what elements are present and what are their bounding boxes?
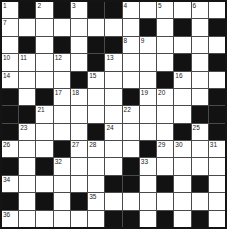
cell-r6c10[interactable]: 20 (157, 89, 173, 105)
clue-number-21: 21 (37, 106, 44, 114)
cell-r2c5[interactable] (71, 19, 87, 35)
cell-r6c5[interactable]: 18 (71, 89, 87, 105)
cell-r8c4[interactable] (54, 124, 70, 140)
black-cell-r11c8 (123, 176, 139, 192)
clue-number-31: 31 (210, 141, 217, 149)
cell-r10c12[interactable] (192, 158, 208, 174)
cell-r9c1[interactable]: 26 (2, 141, 18, 157)
black-cell-r13c8 (123, 211, 139, 227)
clue-number-13: 13 (106, 54, 113, 62)
cell-r3c5[interactable] (71, 37, 87, 53)
clue-number-27: 27 (72, 141, 79, 149)
clue-number-25: 25 (193, 124, 200, 132)
cell-r2c6[interactable] (88, 19, 104, 35)
cell-r8c12[interactable]: 25 (192, 124, 208, 140)
black-cell-r3c7 (105, 37, 121, 53)
cell-r12c4[interactable] (54, 193, 70, 209)
cell-r5c8[interactable] (123, 72, 139, 88)
black-cell-r12c5 (71, 193, 87, 209)
cell-r1c5[interactable]: 3 (71, 2, 87, 18)
cell-r4c1[interactable]: 10 (2, 54, 18, 70)
cell-r2c3[interactable] (36, 19, 52, 35)
clue-number-17: 17 (55, 89, 62, 97)
cell-r11c11[interactable] (174, 176, 190, 192)
cell-r1c10[interactable]: 5 (157, 2, 173, 18)
cell-r5c2[interactable] (19, 72, 35, 88)
cell-r13c6[interactable] (88, 211, 104, 227)
cell-r3c1[interactable] (2, 37, 18, 53)
black-cell-r11c7 (105, 176, 121, 192)
clue-number-1: 1 (3, 2, 7, 10)
cell-r5c12[interactable] (192, 72, 208, 88)
cell-r6c6[interactable] (88, 89, 104, 105)
black-cell-r12c3 (36, 193, 52, 209)
cell-r9c8[interactable] (123, 141, 139, 157)
cell-r6c4[interactable]: 17 (54, 89, 70, 105)
black-cell-r8c11 (174, 124, 190, 140)
black-cell-r11c10 (157, 176, 173, 192)
cell-r9c12[interactable] (192, 141, 208, 157)
crossword-board: 1234567891011121314151617181920212223242… (0, 0, 227, 229)
cell-r6c9[interactable]: 19 (140, 89, 156, 105)
cell-r10c9[interactable]: 33 (140, 158, 156, 174)
black-cell-r2c13 (209, 19, 225, 35)
cell-r2c7[interactable] (105, 19, 121, 35)
black-cell-r1c7 (105, 2, 121, 18)
black-cell-r6c13 (209, 89, 225, 105)
black-cell-r4c11 (174, 54, 190, 70)
clue-number-16: 16 (175, 72, 182, 80)
cell-r11c6[interactable] (88, 176, 104, 192)
cell-r9c6[interactable]: 28 (88, 141, 104, 157)
cell-r13c3[interactable] (36, 211, 52, 227)
cell-r3c9[interactable]: 9 (140, 37, 156, 53)
cell-r9c5[interactable]: 27 (71, 141, 87, 157)
cell-r11c1[interactable]: 34 (2, 176, 18, 192)
clue-number-15: 15 (89, 72, 96, 80)
black-cell-r6c1 (2, 89, 18, 105)
clue-number-5: 5 (158, 2, 162, 10)
cell-r12c13[interactable] (209, 193, 225, 209)
black-cell-r1c4 (54, 2, 70, 18)
cell-r13c1[interactable]: 36 (2, 211, 18, 227)
cell-r10c6[interactable] (88, 158, 104, 174)
cell-r13c2[interactable] (19, 211, 35, 227)
cell-r1c11[interactable] (174, 2, 190, 18)
cell-r1c1[interactable]: 1 (2, 2, 18, 18)
cell-r7c3[interactable]: 21 (36, 106, 52, 122)
black-cell-r5c10 (157, 72, 173, 88)
cell-r6c7[interactable] (105, 89, 121, 105)
cell-r10c10[interactable] (157, 158, 173, 174)
black-cell-r3c4 (54, 37, 70, 53)
clue-number-8: 8 (124, 37, 128, 45)
clue-number-29: 29 (158, 141, 165, 149)
black-cell-r7c2 (19, 106, 35, 122)
cell-r1c12[interactable]: 6 (192, 2, 208, 18)
cell-r8c2[interactable]: 23 (19, 124, 35, 140)
cell-r2c8[interactable] (123, 19, 139, 35)
black-cell-r13c12 (192, 211, 208, 227)
cell-r4c4[interactable]: 12 (54, 54, 70, 70)
clue-number-32: 32 (55, 158, 62, 166)
cell-r9c10[interactable]: 29 (157, 141, 173, 157)
clue-number-11: 11 (20, 54, 27, 62)
black-cell-r8c1 (2, 124, 18, 140)
black-cell-r4c13 (209, 54, 225, 70)
cell-r13c13[interactable] (209, 211, 225, 227)
cell-r2c4[interactable] (54, 19, 70, 35)
black-cell-r11c12 (192, 176, 208, 192)
clue-number-14: 14 (3, 72, 10, 80)
cell-r12c10[interactable] (157, 193, 173, 209)
black-cell-r3c2 (19, 37, 35, 53)
cell-r9c11[interactable]: 30 (174, 141, 190, 157)
cell-r5c6[interactable]: 15 (88, 72, 104, 88)
cell-r11c13[interactable] (209, 176, 225, 192)
cell-r10c2[interactable] (19, 158, 35, 174)
cell-r10c11[interactable] (174, 158, 190, 174)
cell-r8c7[interactable]: 24 (105, 124, 121, 140)
cell-r4c9[interactable] (140, 54, 156, 70)
black-cell-r9c4 (54, 141, 70, 157)
cell-r3c3[interactable] (36, 37, 52, 53)
cell-r12c8[interactable] (123, 193, 139, 209)
clue-number-36: 36 (3, 211, 10, 219)
cell-r11c9[interactable] (140, 176, 156, 192)
cell-r12c7[interactable] (105, 193, 121, 209)
cell-r5c13[interactable] (209, 72, 225, 88)
black-cell-r5c5 (71, 72, 87, 88)
clue-number-2: 2 (37, 2, 41, 10)
clue-number-18: 18 (72, 89, 79, 97)
cell-r7c8[interactable]: 22 (123, 106, 139, 122)
cell-r13c4[interactable] (54, 211, 70, 227)
clue-number-35: 35 (89, 193, 96, 201)
black-cell-r1c6 (88, 2, 104, 18)
black-cell-r10c8 (123, 158, 139, 174)
cell-r1c9[interactable] (140, 2, 156, 18)
black-cell-r13c10 (157, 211, 173, 227)
cell-r10c13[interactable] (209, 158, 225, 174)
cell-r4c12[interactable] (192, 54, 208, 70)
clue-number-7: 7 (3, 19, 7, 27)
clue-number-4: 4 (124, 2, 128, 10)
black-cell-r3c6 (88, 37, 104, 53)
cell-r10c5[interactable] (71, 158, 87, 174)
cell-r1c8[interactable]: 4 (123, 2, 139, 18)
clue-number-34: 34 (3, 176, 10, 184)
cell-r5c4[interactable] (54, 72, 70, 88)
cell-r11c5[interactable] (71, 176, 87, 192)
cell-r7c4[interactable] (54, 106, 70, 122)
cell-r6c2[interactable] (19, 89, 35, 105)
cell-r3c13[interactable] (209, 37, 225, 53)
cell-r7c6[interactable] (88, 106, 104, 122)
black-cell-r9c9 (140, 141, 156, 157)
black-cell-r2c9 (140, 19, 156, 35)
cell-r10c7[interactable] (105, 158, 121, 174)
cell-r13c11[interactable] (174, 211, 190, 227)
cell-r4c2[interactable]: 11 (19, 54, 35, 70)
clue-number-33: 33 (141, 158, 148, 166)
cell-r11c3[interactable] (36, 176, 52, 192)
clue-number-3: 3 (72, 2, 76, 10)
black-cell-r10c3 (36, 158, 52, 174)
black-cell-r1c2 (19, 2, 35, 18)
cell-r12c6[interactable]: 35 (88, 193, 104, 209)
cell-r3c11[interactable] (174, 37, 190, 53)
cell-r8c5[interactable] (71, 124, 87, 140)
black-cell-r6c8 (123, 89, 139, 105)
cell-r12c12[interactable] (192, 193, 208, 209)
black-cell-r4c6 (88, 54, 104, 70)
cell-r9c7[interactable] (105, 141, 121, 157)
cell-r7c7[interactable] (105, 106, 121, 122)
cell-r10c4[interactable]: 32 (54, 158, 70, 174)
clue-number-6: 6 (193, 2, 197, 10)
cell-r5c9[interactable] (140, 72, 156, 88)
black-cell-r8c6 (88, 124, 104, 140)
cell-r1c3[interactable]: 2 (36, 2, 52, 18)
black-cell-r12c1 (2, 193, 18, 209)
cell-r3c10[interactable] (157, 37, 173, 53)
cell-r6c11[interactable] (174, 89, 190, 105)
clue-number-24: 24 (106, 124, 113, 132)
cell-r4c7[interactable]: 13 (105, 54, 121, 70)
cell-r4c5[interactable] (71, 54, 87, 70)
cell-r4c10[interactable] (157, 54, 173, 70)
clue-number-28: 28 (89, 141, 96, 149)
cell-r7c9[interactable] (140, 106, 156, 122)
black-cell-r10c1 (2, 158, 18, 174)
black-cell-r8c13 (209, 124, 225, 140)
cell-r7c5[interactable] (71, 106, 87, 122)
cell-r1c13[interactable] (209, 2, 225, 18)
cell-r3c12[interactable] (192, 37, 208, 53)
clue-number-20: 20 (158, 89, 165, 97)
cell-r7c11[interactable] (174, 106, 190, 122)
cell-r2c12[interactable] (192, 19, 208, 35)
cell-r9c3[interactable] (36, 141, 52, 157)
cell-r13c9[interactable] (140, 211, 156, 227)
cell-r2c1[interactable]: 7 (2, 19, 18, 35)
cell-r6c12[interactable] (192, 89, 208, 105)
clue-number-10: 10 (3, 54, 10, 62)
cell-r5c3[interactable] (36, 72, 52, 88)
clue-number-19: 19 (141, 89, 148, 97)
cell-r4c8[interactable] (123, 54, 139, 70)
cell-r12c11[interactable] (174, 193, 190, 209)
cell-r13c5[interactable] (71, 211, 87, 227)
black-cell-r2c11 (174, 19, 190, 35)
clue-number-30: 30 (175, 141, 182, 149)
cell-r8c10[interactable] (157, 124, 173, 140)
cell-r2c10[interactable] (157, 19, 173, 35)
cell-r8c9[interactable] (140, 124, 156, 140)
black-cell-r7c12 (192, 106, 208, 122)
cell-r7c10[interactable] (157, 106, 173, 122)
cell-r5c7[interactable] (105, 72, 121, 88)
cell-r4c3[interactable] (36, 54, 52, 70)
cell-r3c8[interactable]: 8 (123, 37, 139, 53)
cell-r11c4[interactable] (54, 176, 70, 192)
clue-number-26: 26 (3, 141, 10, 149)
clue-number-9: 9 (141, 37, 145, 45)
black-cell-r7c1 (2, 106, 18, 122)
cell-r5c11[interactable]: 16 (174, 72, 190, 88)
cell-r8c8[interactable] (123, 124, 139, 140)
cell-r12c2[interactable] (19, 193, 35, 209)
cell-r9c13[interactable]: 31 (209, 141, 225, 157)
cell-r11c2[interactable] (19, 176, 35, 192)
cell-r5c1[interactable]: 14 (2, 72, 18, 88)
clue-number-12: 12 (55, 54, 62, 62)
cell-r9c2[interactable] (19, 141, 35, 157)
clue-number-23: 23 (20, 124, 27, 132)
cell-r8c3[interactable] (36, 124, 52, 140)
black-cell-r13c7 (105, 211, 121, 227)
cell-r12c9[interactable] (140, 193, 156, 209)
black-cell-r6c3 (36, 89, 52, 105)
cell-r2c2[interactable] (19, 19, 35, 35)
black-cell-r7c13 (209, 106, 225, 122)
clue-number-22: 22 (124, 106, 131, 114)
